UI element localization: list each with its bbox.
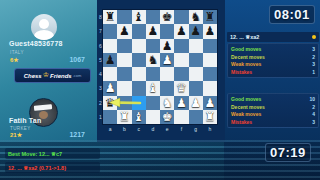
square-e3[interactable] (160, 81, 174, 95)
rank-label: 7 (98, 24, 103, 38)
square-d3[interactable]: ♝ (146, 81, 160, 95)
file-coordinates: abcdefgh (103, 126, 217, 134)
piece-black-pawn-f7[interactable]: ♟ (176, 24, 187, 38)
square-f8[interactable] (174, 10, 188, 24)
rank-label: 3 (98, 81, 103, 95)
chess-board[interactable]: ♜♝♚♞♜♟♟♟♟♟♟♟♞♟♟♝♛♛♞♟♟♟♜♝♚♜ (103, 10, 217, 124)
piece-white-pawn-g2[interactable]: ♟ (190, 96, 201, 110)
piece-white-pawn-h2[interactable]: ♟ (204, 96, 215, 110)
square-b1[interactable]: ♜ (117, 110, 131, 124)
stat-row: Mistakes 1 (231, 69, 315, 75)
square-d5[interactable]: ♞ (146, 53, 160, 67)
square-c4[interactable] (132, 67, 146, 81)
piece-black-bishop-c8[interactable]: ♝ (133, 10, 144, 24)
square-h3[interactable] (203, 81, 217, 95)
square-h4[interactable] (203, 67, 217, 81)
played-move-banner: 12. ... ♕xa2 (0.71->1.8) (5, 162, 100, 173)
square-d4[interactable] (146, 67, 160, 81)
piece-white-rook-h1[interactable]: ♜ (204, 110, 215, 124)
square-h6[interactable] (203, 39, 217, 53)
file-label: c (132, 126, 146, 134)
piece-white-bishop-d3[interactable]: ♝ (147, 81, 158, 95)
square-e2[interactable]: ♞ (160, 96, 174, 110)
move-quality-dot-icon (312, 35, 316, 39)
square-e4[interactable] (160, 67, 174, 81)
stat-label: Mistakes (231, 69, 252, 75)
square-h8[interactable]: ♜ (203, 10, 217, 24)
square-c1[interactable]: ♝ (132, 110, 146, 124)
player-bottom-stars: 21★ (10, 131, 22, 138)
square-g7[interactable]: ♟ (189, 24, 203, 38)
square-d2[interactable] (146, 96, 160, 110)
square-b6[interactable] (117, 39, 131, 53)
piece-white-pawn-a3[interactable]: ♟ (105, 81, 116, 95)
square-g1[interactable] (189, 110, 203, 124)
stat-row: Weak moves 3 (231, 61, 315, 67)
file-label: b (117, 126, 131, 134)
player-top-rating: 1067 (55, 56, 85, 63)
stat-label: Decent moves (231, 54, 265, 60)
stat-row: Good moves 3 (231, 46, 315, 52)
square-b3[interactable] (117, 81, 131, 95)
piece-black-knight-d5[interactable]: ♞ (147, 53, 158, 67)
square-a2[interactable]: ♛ (103, 96, 117, 110)
square-f4[interactable] (174, 67, 188, 81)
piece-white-pawn-e5[interactable]: ♟ (162, 53, 173, 67)
piece-black-rook-h8[interactable]: ♜ (204, 10, 215, 24)
rank-coordinates: 87654321 (98, 10, 103, 124)
square-a6[interactable] (103, 39, 117, 53)
stat-label: Good moves (231, 96, 261, 102)
square-g6[interactable] (189, 39, 203, 53)
file-label: f (174, 126, 188, 134)
stat-value: 4 (312, 111, 315, 117)
piece-white-bishop-c1[interactable]: ♝ (133, 110, 144, 124)
square-d7[interactable]: ♟ (146, 24, 160, 38)
piece-black-pawn-e6[interactable]: ♟ (162, 39, 173, 53)
square-c3[interactable] (132, 81, 146, 95)
rank-label: 1 (98, 110, 103, 124)
stat-row: Good moves 10 (231, 96, 315, 102)
square-b7[interactable]: ♟ (117, 24, 131, 38)
piece-black-pawn-g7[interactable]: ♟ (190, 24, 201, 38)
piece-white-king-e1[interactable]: ♚ (162, 110, 173, 124)
piece-black-king-e8[interactable]: ♚ (162, 10, 173, 24)
stat-row: Decent moves 2 (231, 54, 315, 60)
square-a4[interactable] (103, 67, 117, 81)
square-f3[interactable]: ♛ (174, 81, 188, 95)
square-a5[interactable]: ♟ (103, 53, 117, 67)
stat-row: Mistakes 3 (231, 119, 315, 125)
square-a8[interactable]: ♜ (103, 10, 117, 24)
best-move-banner: Best Move: 12... ♕c7 (5, 148, 100, 159)
stat-label: Good moves (231, 46, 261, 52)
square-b8[interactable] (117, 10, 131, 24)
stats-panel-white: Good moves 10 Decent moves 2 Weak moves … (227, 93, 319, 128)
square-g4[interactable] (189, 67, 203, 81)
stat-row: Decent moves 2 (231, 104, 315, 110)
stat-value: 1 (312, 69, 315, 75)
stat-row: Weak moves 4 (231, 111, 315, 117)
square-e5[interactable]: ♟ (160, 53, 174, 67)
square-c5[interactable] (132, 53, 146, 67)
square-d1[interactable] (146, 110, 160, 124)
square-b4[interactable] (117, 67, 131, 81)
piece-white-queen-f3[interactable]: ♛ (176, 81, 187, 95)
best-move-text: Best Move: 12... ♕c7 (8, 151, 62, 157)
stat-value: 2 (312, 104, 315, 110)
piece-black-knight-g8[interactable]: ♞ (190, 10, 201, 24)
piece-black-pawn-d7[interactable]: ♟ (147, 24, 158, 38)
stat-label: Weak moves (231, 111, 261, 117)
piece-black-rook-a8[interactable]: ♜ (105, 10, 116, 24)
piece-white-rook-b1[interactable]: ♜ (119, 110, 130, 124)
piece-white-knight-e2[interactable]: ♞ (162, 96, 173, 110)
square-b2[interactable] (117, 96, 131, 110)
rank-label: 2 (98, 96, 103, 110)
square-f5[interactable] (174, 53, 188, 67)
stat-label: Mistakes (231, 119, 252, 125)
app-window: Guest48536778 ITALY 6★ 1067 Chess ♔ Frie… (0, 0, 320, 180)
stat-value: 3 (312, 119, 315, 125)
square-e8[interactable]: ♚ (160, 10, 174, 24)
square-g2[interactable]: ♟ (189, 96, 203, 110)
avatar-guest[interactable] (31, 14, 57, 40)
rank-label: 4 (98, 67, 103, 81)
square-e7[interactable] (160, 24, 174, 38)
square-c2[interactable] (132, 96, 146, 110)
square-d6[interactable] (146, 39, 160, 53)
stats-panel-black: Good moves 3 Decent moves 2 Weak moves 3… (227, 43, 319, 78)
stat-value: 3 (312, 61, 315, 67)
player-top-name: Guest48536778 (9, 40, 63, 47)
square-h1[interactable]: ♜ (203, 110, 217, 124)
square-h5[interactable] (203, 53, 217, 67)
file-label: h (203, 126, 217, 134)
person-icon (34, 30, 54, 40)
stat-label: Decent moves (231, 104, 265, 110)
square-h7[interactable]: ♟ (203, 24, 217, 38)
square-f7[interactable]: ♟ (174, 24, 188, 38)
current-move-text: 12. ... ♕xa2 (230, 34, 312, 40)
player-top-country: ITALY (10, 50, 24, 55)
current-move-row[interactable]: 12. ... ♕xa2 (227, 32, 319, 42)
file-label: e (160, 126, 174, 134)
player-top-stars: 6★ (10, 56, 19, 63)
piece-black-queen-a2[interactable]: ♛ (105, 96, 116, 110)
square-a7[interactable] (103, 24, 117, 38)
stat-value: 3 (312, 46, 315, 52)
square-f1[interactable] (174, 110, 188, 124)
player-bottom-rating: 1217 (55, 131, 85, 138)
played-move-text: 12. ... ♕xa2 (0.71->1.8) (8, 165, 66, 171)
logo-text: Chess (24, 73, 42, 79)
square-c8[interactable]: ♝ (132, 10, 146, 24)
rank-label: 6 (98, 39, 103, 53)
chessfriends-logo[interactable]: Chess ♔ Friends .com (14, 68, 91, 83)
rank-label: 5 (98, 53, 103, 67)
square-h2[interactable]: ♟ (203, 96, 217, 110)
square-a1[interactable] (103, 110, 117, 124)
square-g5[interactable] (189, 53, 203, 67)
logo-text: Friends (50, 73, 72, 79)
stat-value: 10 (309, 96, 315, 102)
clock-white: 07:19 (265, 143, 311, 162)
piece-black-pawn-h7[interactable]: ♟ (204, 24, 215, 38)
file-label: a (103, 126, 117, 134)
piece-white-pawn-f2[interactable]: ♟ (176, 96, 187, 110)
square-c7[interactable] (132, 24, 146, 38)
square-d8[interactable] (146, 10, 160, 24)
square-g8[interactable]: ♞ (189, 10, 203, 24)
square-f2[interactable]: ♟ (174, 96, 188, 110)
logo-suffix: .com (73, 73, 82, 78)
player-bottom-name: Fatih Tan (9, 117, 41, 124)
square-c6[interactable] (132, 39, 146, 53)
file-label: d (146, 126, 160, 134)
square-e6[interactable]: ♟ (160, 39, 174, 53)
square-g3[interactable] (189, 81, 203, 95)
rank-label: 8 (98, 10, 103, 24)
clock-black: 08:01 (269, 5, 315, 24)
stat-value: 2 (312, 54, 315, 60)
file-label: g (189, 126, 203, 134)
piece-black-pawn-b7[interactable]: ♟ (119, 24, 130, 38)
stat-label: Weak moves (231, 61, 261, 67)
square-a3[interactable]: ♟ (103, 81, 117, 95)
person-icon (39, 19, 49, 29)
chess-king-shield-icon: ♔ (43, 72, 49, 79)
square-b5[interactable] (117, 53, 131, 67)
piece-black-pawn-a5[interactable]: ♟ (105, 53, 116, 67)
square-e1[interactable]: ♚ (160, 110, 174, 124)
graduation-cap-icon (34, 104, 52, 111)
square-f6[interactable] (174, 39, 188, 53)
